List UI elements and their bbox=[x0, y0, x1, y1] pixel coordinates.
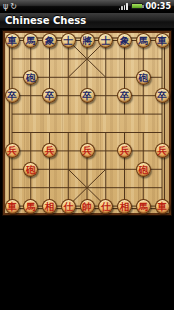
piece-red-cannon-right[interactable]: 砲 bbox=[136, 162, 151, 177]
piece-red-soldier-3[interactable]: 兵 bbox=[80, 143, 95, 158]
app-title: Chinese Chess bbox=[5, 15, 86, 26]
piece-red-elephant-left[interactable]: 相 bbox=[42, 199, 57, 214]
piece-red-horse-right[interactable]: 馬 bbox=[136, 199, 151, 214]
piece-black-advisor-left[interactable]: 士 bbox=[61, 33, 76, 48]
piece-red-advisor-left[interactable]: 仕 bbox=[61, 199, 76, 214]
piece-red-elephant-right[interactable]: 相 bbox=[117, 199, 132, 214]
piece-red-chariot-left[interactable]: 車 bbox=[5, 199, 20, 214]
piece-black-cannon-left[interactable]: 砲 bbox=[23, 70, 38, 85]
board-grid-svg bbox=[5, 33, 169, 213]
piece-black-elephant-right[interactable]: 象 bbox=[117, 33, 132, 48]
piece-black-soldier-5[interactable]: 卒 bbox=[155, 88, 170, 103]
piece-black-general[interactable]: 將 bbox=[80, 33, 95, 48]
clock-text: 00:35 bbox=[146, 2, 171, 11]
piece-black-chariot-left[interactable]: 車 bbox=[5, 33, 20, 48]
piece-red-soldier-5[interactable]: 兵 bbox=[155, 143, 170, 158]
battery-icon bbox=[131, 3, 143, 9]
board-frame: 車馬象士將士象馬車砲砲卒卒卒卒卒兵兵兵兵兵砲砲車馬相仕帥仕相馬車 bbox=[2, 30, 172, 216]
piece-red-general[interactable]: 帥 bbox=[80, 199, 95, 214]
piece-black-horse-right[interactable]: 馬 bbox=[136, 33, 151, 48]
piece-black-soldier-3[interactable]: 卒 bbox=[80, 88, 95, 103]
piece-red-advisor-right[interactable]: 仕 bbox=[98, 199, 113, 214]
signal-icon bbox=[119, 2, 128, 10]
piece-black-cannon-right[interactable]: 砲 bbox=[136, 70, 151, 85]
title-bar: Chinese Chess bbox=[0, 13, 174, 29]
piece-red-chariot-right[interactable]: 車 bbox=[155, 199, 170, 214]
status-bar: ψ ↻ 00:35 bbox=[0, 0, 174, 13]
sync-icon: ↻ bbox=[10, 2, 17, 11]
piece-red-cannon-left[interactable]: 砲 bbox=[23, 162, 38, 177]
xiangqi-board[interactable]: 車馬象士將士象馬車砲砲卒卒卒卒卒兵兵兵兵兵砲砲車馬相仕帥仕相馬車 bbox=[5, 33, 169, 213]
piece-black-elephant-left[interactable]: 象 bbox=[42, 33, 57, 48]
piece-black-chariot-right[interactable]: 車 bbox=[155, 33, 170, 48]
piece-red-soldier-1[interactable]: 兵 bbox=[5, 143, 20, 158]
piece-red-horse-left[interactable]: 馬 bbox=[23, 199, 38, 214]
usb-icon: ψ bbox=[3, 2, 8, 11]
piece-black-soldier-1[interactable]: 卒 bbox=[5, 88, 20, 103]
